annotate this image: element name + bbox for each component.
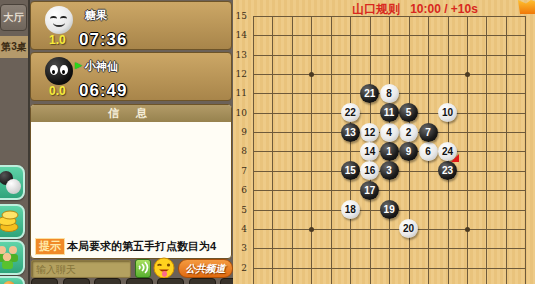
avatar-eye	[50, 65, 58, 75]
toolbar-slot[interactable]	[63, 278, 90, 284]
white-stone-icon	[6, 179, 21, 194]
stone-2: 2	[399, 123, 418, 142]
rule-name: 山口规则	[352, 2, 400, 16]
avatar-pupil	[52, 70, 55, 74]
stone-8: 8	[380, 84, 399, 103]
stone-5: 5	[399, 103, 418, 122]
grid-line	[311, 16, 312, 284]
player2-name: 小神仙	[85, 59, 118, 74]
grid-line	[292, 16, 293, 284]
message-panel: 信 息 提示 本局要求的第五手打点数目为4	[30, 104, 232, 259]
stone-17: 17	[360, 181, 379, 200]
grid-line	[253, 248, 526, 249]
row-label: 12	[235, 69, 247, 79]
star-point	[309, 72, 314, 77]
stones-button[interactable]	[0, 165, 25, 200]
toolbar-slot[interactable]	[31, 278, 58, 284]
message-panel-title: 信 息	[31, 105, 231, 122]
grid-line	[253, 268, 526, 269]
player2-score: 0.0	[49, 84, 66, 98]
star-point	[309, 227, 314, 232]
stone-1: 1	[380, 142, 399, 161]
row-label: 8	[235, 146, 247, 156]
row-label: 13	[235, 50, 247, 60]
player2-avatar	[45, 57, 73, 85]
grid-line	[253, 229, 526, 230]
stone-20: 20	[399, 219, 418, 238]
stone-19: 19	[380, 200, 399, 219]
grid-line	[525, 16, 526, 284]
avatar-mouth	[53, 19, 65, 27]
tip-text: 本局要求的第五手打点数目为4	[67, 239, 216, 254]
grid-line	[506, 16, 507, 284]
stone-12: 12	[360, 123, 379, 142]
stone-9: 9	[399, 142, 418, 161]
player1-avatar	[45, 6, 73, 34]
toolbar-slot[interactable]	[94, 278, 121, 284]
stone-3: 3	[380, 161, 399, 180]
avatar-pupil	[62, 70, 65, 74]
stone-16: 16	[360, 161, 379, 180]
row-label: 5	[235, 205, 247, 215]
wink-tongue-emoji-icon	[153, 257, 175, 279]
row-label: 15	[235, 11, 247, 21]
gomoku-board[interactable]: 山口规则10:00 / +10s 15141312111098765432123…	[233, 0, 535, 284]
lobby-button[interactable]: 大厅	[0, 4, 27, 31]
stone-22: 22	[341, 103, 360, 122]
sound-waves-icon	[137, 260, 150, 275]
chat-row: 公共频道	[30, 259, 232, 280]
players-icon	[0, 243, 22, 270]
row-label: 7	[235, 166, 247, 176]
toolbar-slot[interactable]	[189, 278, 216, 284]
grid-line	[350, 16, 351, 284]
star-point	[465, 227, 470, 232]
emoji-button[interactable]	[153, 257, 175, 279]
stone-15: 15	[341, 161, 360, 180]
tip-row: 提示 本局要求的第五手打点数目为4	[35, 238, 216, 255]
tip-badge: 提示	[35, 238, 65, 255]
player1-clock: 07:36	[79, 30, 127, 50]
grid-line	[486, 16, 487, 284]
chat-input[interactable]	[31, 260, 131, 278]
row-label: 2	[235, 263, 247, 273]
player2-clock: 06:49	[79, 81, 127, 101]
stone-24: 24	[438, 142, 457, 161]
row-label: 6	[235, 185, 247, 195]
grid-line	[331, 16, 332, 284]
stone-10: 10	[438, 103, 457, 122]
stone-4: 4	[380, 123, 399, 142]
game-window: 大厅 第3桌	[0, 0, 535, 284]
table-label: 第3桌	[0, 36, 28, 58]
stone-14: 14	[360, 142, 379, 161]
stone-21: 21	[360, 84, 379, 103]
grid-line	[467, 16, 468, 284]
sidebar: 大厅 第3桌	[0, 0, 28, 284]
row-label: 4	[235, 224, 247, 234]
toolbar-slot[interactable]	[126, 278, 153, 284]
row-label: 10	[235, 108, 247, 118]
grid-line	[253, 190, 526, 191]
stone-13: 13	[341, 123, 360, 142]
sound-button[interactable]	[135, 259, 151, 278]
row-label: 3	[235, 243, 247, 253]
player-panel-black: ▶ 小神仙 0.0 06:49	[30, 52, 232, 101]
left-column: ▶ 糖果 1.0 07:36 ▶ 小神仙 0.0 06:49 信 息 提示 本局…	[30, 0, 232, 284]
grid-line	[253, 16, 254, 284]
time-control: 10:00 / +10s	[410, 2, 478, 16]
player1-score: 1.0	[49, 33, 66, 47]
row-label: 9	[235, 127, 247, 137]
stone-23: 23	[438, 161, 457, 180]
grid-line	[272, 16, 273, 284]
bottom-partial-button[interactable]	[0, 276, 25, 284]
last-move-marker	[451, 154, 459, 162]
stone-6: 6	[419, 142, 438, 161]
stone-7: 7	[419, 123, 438, 142]
players-button[interactable]	[0, 240, 25, 275]
bottom-toolbar	[30, 278, 232, 284]
row-label: 11	[235, 88, 247, 98]
row-label: 14	[235, 30, 247, 40]
stone-18: 18	[341, 200, 360, 219]
coins-button[interactable]	[0, 204, 25, 239]
player1-name: 糖果	[85, 8, 107, 23]
stone-11: 11	[380, 103, 399, 122]
star-point	[465, 72, 470, 77]
toolbar-slot[interactable]	[157, 278, 184, 284]
coins-icon	[0, 206, 22, 234]
turn-indicator: ▶	[75, 60, 82, 70]
public-channel-button[interactable]: 公共频道	[178, 259, 233, 278]
avatar-eye	[60, 65, 68, 75]
player-panel-white: ▶ 糖果 1.0 07:36	[30, 1, 232, 50]
